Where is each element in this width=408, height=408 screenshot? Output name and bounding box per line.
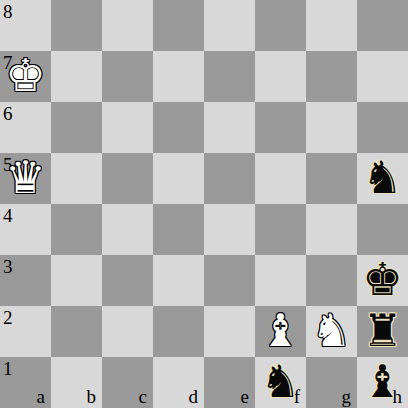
black-knight[interactable]: ♞ xyxy=(260,359,300,404)
file-label-g: g xyxy=(342,387,352,406)
square-e6[interactable] xyxy=(204,102,255,153)
square-c3[interactable] xyxy=(102,255,153,306)
square-h2[interactable]: ♜ xyxy=(357,306,408,357)
rank-label-6: 6 xyxy=(3,104,13,123)
square-f3[interactable] xyxy=(255,255,306,306)
square-d6[interactable] xyxy=(153,102,204,153)
square-d2[interactable] xyxy=(153,306,204,357)
square-h5[interactable]: ♞ xyxy=(357,153,408,204)
black-knight[interactable]: ♞ xyxy=(362,155,402,200)
square-f8[interactable] xyxy=(255,0,306,51)
square-c4[interactable] xyxy=(102,204,153,255)
square-g6[interactable] xyxy=(306,102,357,153)
square-a4[interactable]: 4 xyxy=(0,204,51,255)
square-f7[interactable] xyxy=(255,51,306,102)
black-king[interactable]: ♚ xyxy=(362,257,402,302)
square-d5[interactable] xyxy=(153,153,204,204)
square-f4[interactable] xyxy=(255,204,306,255)
square-b3[interactable] xyxy=(51,255,102,306)
square-b6[interactable] xyxy=(51,102,102,153)
square-c8[interactable] xyxy=(102,0,153,51)
square-b1[interactable]: b xyxy=(51,357,102,408)
square-d4[interactable] xyxy=(153,204,204,255)
white-knight[interactable]: ♞ xyxy=(311,308,351,353)
square-h1[interactable]: h♝ xyxy=(357,357,408,408)
square-d8[interactable] xyxy=(153,0,204,51)
file-label-c: c xyxy=(139,387,147,406)
square-b8[interactable] xyxy=(51,0,102,51)
white-bishop[interactable]: ♝ xyxy=(260,308,300,353)
rank-label-1: 1 xyxy=(3,359,13,378)
rank-label-4: 4 xyxy=(3,206,13,225)
square-b4[interactable] xyxy=(51,204,102,255)
square-e7[interactable] xyxy=(204,51,255,102)
file-label-a: a xyxy=(37,387,45,406)
square-h6[interactable] xyxy=(357,102,408,153)
square-c5[interactable] xyxy=(102,153,153,204)
rank-label-8: 8 xyxy=(3,2,13,21)
square-g8[interactable] xyxy=(306,0,357,51)
square-d7[interactable] xyxy=(153,51,204,102)
square-f6[interactable] xyxy=(255,102,306,153)
square-g2[interactable]: ♞ xyxy=(306,306,357,357)
file-label-e: e xyxy=(241,387,249,406)
square-c6[interactable] xyxy=(102,102,153,153)
square-g3[interactable] xyxy=(306,255,357,306)
square-a1[interactable]: 1a xyxy=(0,357,51,408)
square-f2[interactable]: ♝ xyxy=(255,306,306,357)
square-c1[interactable]: c xyxy=(102,357,153,408)
square-a8[interactable]: 8 xyxy=(0,0,51,51)
white-queen[interactable]: ♛ xyxy=(5,155,45,200)
rank-label-2: 2 xyxy=(3,308,13,327)
rank-label-3: 3 xyxy=(3,257,13,276)
square-g5[interactable] xyxy=(306,153,357,204)
square-h8[interactable] xyxy=(357,0,408,51)
square-e2[interactable] xyxy=(204,306,255,357)
file-label-d: d xyxy=(189,387,199,406)
black-bishop[interactable]: ♝ xyxy=(362,359,402,404)
square-f5[interactable] xyxy=(255,153,306,204)
square-a7[interactable]: 7♚ xyxy=(0,51,51,102)
square-b7[interactable] xyxy=(51,51,102,102)
square-e1[interactable]: e xyxy=(204,357,255,408)
square-e8[interactable] xyxy=(204,0,255,51)
square-b2[interactable] xyxy=(51,306,102,357)
square-h4[interactable] xyxy=(357,204,408,255)
square-d1[interactable]: d xyxy=(153,357,204,408)
square-a5[interactable]: 5♛ xyxy=(0,153,51,204)
square-a6[interactable]: 6 xyxy=(0,102,51,153)
file-label-b: b xyxy=(87,387,97,406)
square-b5[interactable] xyxy=(51,153,102,204)
square-a3[interactable]: 3 xyxy=(0,255,51,306)
square-e3[interactable] xyxy=(204,255,255,306)
square-d3[interactable] xyxy=(153,255,204,306)
square-e4[interactable] xyxy=(204,204,255,255)
square-c7[interactable] xyxy=(102,51,153,102)
square-f1[interactable]: f♞ xyxy=(255,357,306,408)
square-h3[interactable]: ♚ xyxy=(357,255,408,306)
square-c2[interactable] xyxy=(102,306,153,357)
square-g7[interactable] xyxy=(306,51,357,102)
square-e5[interactable] xyxy=(204,153,255,204)
square-g1[interactable]: g xyxy=(306,357,357,408)
chess-board: 87♚65♛♞43♚2♝♞♜1abcdef♞gh♝ xyxy=(0,0,408,408)
square-h7[interactable] xyxy=(357,51,408,102)
square-g4[interactable] xyxy=(306,204,357,255)
white-king[interactable]: ♚ xyxy=(5,53,45,98)
black-rook[interactable]: ♜ xyxy=(362,308,402,353)
square-a2[interactable]: 2 xyxy=(0,306,51,357)
